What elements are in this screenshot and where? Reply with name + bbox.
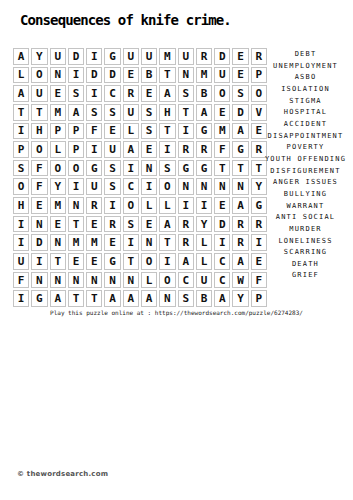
grid-cell[interactable]: I [123, 234, 139, 251]
grid-cell[interactable]: O [31, 67, 47, 84]
word-list-item: DISFIGUREMENT [258, 166, 353, 178]
grid-cell[interactable]: D [214, 216, 230, 233]
word-list-item: HOSPITAL [258, 107, 353, 119]
grid-cell[interactable]: R [232, 234, 248, 251]
grid-cell[interactable]: I [13, 290, 29, 307]
grid-cell[interactable]: C [214, 272, 230, 289]
grid-cell[interactable]: E [141, 141, 157, 158]
grid-cell[interactable]: D [68, 48, 84, 65]
grid-cell[interactable]: E [31, 197, 47, 214]
word-list-item: ASBO [258, 72, 353, 84]
grid-cell[interactable]: E [123, 67, 139, 84]
grid-cell[interactable]: U [141, 48, 157, 65]
grid-cell[interactable]: N [50, 234, 66, 251]
grid-cell[interactable]: I [178, 123, 194, 140]
grid-cell[interactable]: E [214, 197, 230, 214]
grid-cell[interactable]: Y [196, 216, 212, 233]
grid-cell[interactable]: S [178, 290, 194, 307]
grid-cell[interactable]: D [104, 67, 120, 84]
grid-cell[interactable]: T [68, 216, 84, 233]
grid-cell[interactable]: P [13, 141, 29, 158]
word-list-item: WARRANT [258, 201, 353, 213]
grid-cell[interactable]: E [214, 104, 230, 121]
grid-cell[interactable]: A [159, 216, 175, 233]
grid-cell[interactable]: N [50, 67, 66, 84]
grid-cell[interactable]: F [31, 178, 47, 195]
grid-cell[interactable]: G [196, 160, 212, 177]
grid-cell[interactable]: A [159, 85, 175, 102]
grid-cell[interactable]: F [31, 160, 47, 177]
word-list-item: GRIEF [258, 270, 353, 282]
grid-cell[interactable]: L [141, 197, 157, 214]
grid-cell[interactable]: E [141, 85, 157, 102]
grid-cell[interactable]: N [86, 272, 102, 289]
grid-cell[interactable]: E [104, 234, 120, 251]
word-list-item: UNEMPLOYMENT [258, 61, 353, 73]
grid-cell[interactable]: E [232, 48, 248, 65]
grid-cell[interactable]: S [68, 85, 84, 102]
grid-cell[interactable]: L [196, 253, 212, 270]
grid-cell[interactable]: P [68, 123, 84, 140]
grid-cell[interactable]: N [141, 234, 157, 251]
grid-cell[interactable]: T [159, 123, 175, 140]
word-list-item: SCARRING [258, 247, 353, 259]
grid-cell[interactable]: E [50, 85, 66, 102]
grid-cell[interactable]: A [50, 290, 66, 307]
grid-cell[interactable]: Y [232, 290, 248, 307]
grid-cell[interactable]: D [86, 67, 102, 84]
grid-cell[interactable]: N [196, 178, 212, 195]
grid-cell[interactable]: S [141, 104, 157, 121]
grid-cell[interactable]: I [86, 141, 102, 158]
wordsearch-grid: AYUDIGUUMURDERLONIDDEBTNMUEPAUESICREASBO… [13, 48, 267, 307]
grid-cell[interactable]: M [159, 48, 175, 65]
grid-cell[interactable]: M [50, 197, 66, 214]
word-list-item: LONELINESS [258, 236, 353, 248]
grid-cell[interactable]: B [141, 67, 157, 84]
grid-cell[interactable]: M [214, 123, 230, 140]
grid-cell[interactable]: T [159, 67, 175, 84]
grid-cell[interactable]: E [86, 253, 102, 270]
grid-cell[interactable]: L [159, 197, 175, 214]
grid-cell[interactable]: U [123, 48, 139, 65]
puzzle-page: { "game": "word-search", "title": "Conse… [0, 0, 353, 500]
grid-cell[interactable]: S [104, 178, 120, 195]
grid-cell[interactable]: R [196, 48, 212, 65]
grid-cell[interactable]: A [68, 104, 84, 121]
grid-cell[interactable]: F [214, 141, 230, 158]
grid-cell[interactable]: O [159, 178, 175, 195]
grid-cell[interactable]: T [232, 160, 248, 177]
grid-cell[interactable]: A [141, 290, 157, 307]
grid-cell[interactable]: S [86, 104, 102, 121]
grid-cell[interactable]: C [178, 272, 194, 289]
word-list-item: DEBT [258, 49, 353, 61]
grid-cell[interactable]: R [86, 197, 102, 214]
grid-cell[interactable]: Y [31, 48, 47, 65]
grid-cell[interactable]: I [214, 234, 230, 251]
grid-cell[interactable]: R [104, 216, 120, 233]
grid-cell[interactable]: A [13, 48, 29, 65]
word-list-item: DEATH [258, 259, 353, 271]
grid-cell[interactable]: E [141, 216, 157, 233]
grid-cell[interactable]: G [31, 290, 47, 307]
grid-cell[interactable]: N [159, 290, 175, 307]
grid-cell[interactable]: R [232, 216, 248, 233]
grid-cell[interactable]: G [196, 123, 212, 140]
grid-cell[interactable]: B [196, 290, 212, 307]
grid-cell[interactable]: N [31, 216, 47, 233]
grid-cell[interactable]: T [123, 253, 139, 270]
grid-cell[interactable]: E [68, 253, 84, 270]
grid-cell[interactable]: L [13, 67, 29, 84]
grid-cell[interactable]: A [123, 290, 139, 307]
grid-cell[interactable]: U [214, 67, 230, 84]
grid-cell[interactable]: Y [50, 178, 66, 195]
grid-cell[interactable]: P [251, 290, 267, 307]
grid-cell[interactable]: H [31, 123, 47, 140]
grid-cell[interactable]: A [178, 253, 194, 270]
grid-cell[interactable]: I [13, 123, 29, 140]
grid-cell[interactable]: T [214, 160, 230, 177]
grid-cell[interactable]: P [50, 123, 66, 140]
grid-cell[interactable]: N [232, 178, 248, 195]
grid-cell[interactable]: N [214, 178, 230, 195]
grid-cell[interactable]: L [141, 272, 157, 289]
grid-cell[interactable]: L [123, 123, 139, 140]
grid-cell[interactable]: I [68, 67, 84, 84]
grid-cell[interactable]: S [232, 85, 248, 102]
grid-cell[interactable]: O [159, 272, 175, 289]
grid-cell[interactable]: D [214, 48, 230, 65]
grid-cell[interactable]: U [123, 104, 139, 121]
grid-cell[interactable]: C [123, 178, 139, 195]
word-list-item: YOUTH OFFENDING [258, 154, 353, 166]
grid-cell[interactable]: U [104, 141, 120, 158]
grid-cell[interactable]: R [196, 141, 212, 158]
grid-cell[interactable]: T [178, 104, 194, 121]
grid-cell[interactable]: A [232, 253, 248, 270]
grid-cell[interactable]: N [50, 272, 66, 289]
grid-cell[interactable]: F [13, 272, 29, 289]
grid-cell[interactable]: G [104, 48, 120, 65]
grid-cell[interactable]: R [123, 85, 139, 102]
grid-cell[interactable]: T [86, 290, 102, 307]
grid-cell[interactable]: I [86, 48, 102, 65]
grid-cell[interactable]: N [68, 272, 84, 289]
grid-cell[interactable]: A [123, 141, 139, 158]
grid-cell[interactable]: O [13, 178, 29, 195]
grid-cell[interactable]: L [196, 234, 212, 251]
grid-cell[interactable]: U [50, 48, 66, 65]
grid-cell[interactable]: D [31, 234, 47, 251]
grid-cell[interactable]: R [178, 216, 194, 233]
grid-cell[interactable]: T [31, 104, 47, 121]
grid-cell[interactable]: H [159, 104, 175, 121]
grid-cell[interactable]: N [178, 67, 194, 84]
grid-cell[interactable]: G [232, 141, 248, 158]
grid-cell[interactable]: E [104, 123, 120, 140]
grid-cell[interactable]: A [104, 290, 120, 307]
grid-cell[interactable]: I [86, 85, 102, 102]
grid-cell[interactable]: T [13, 104, 29, 121]
grid-cell[interactable]: S [123, 216, 139, 233]
word-list-item: ISOLATION [258, 84, 353, 96]
grid-cell[interactable]: D [232, 104, 248, 121]
grid-cell[interactable]: I [196, 197, 212, 214]
copyright: © thewordsearch.com [17, 470, 108, 478]
grid-cell[interactable]: G [178, 160, 194, 177]
grid-cell[interactable]: R [178, 234, 194, 251]
grid-cell[interactable]: G [104, 253, 120, 270]
grid-cell[interactable]: I [178, 197, 194, 214]
grid-cell[interactable]: A [232, 197, 248, 214]
grid-cell[interactable]: E [50, 216, 66, 233]
grid-cell[interactable]: W [232, 272, 248, 289]
grid-cell[interactable]: N [123, 272, 139, 289]
grid-cell[interactable]: A [232, 123, 248, 140]
play-online-text: Play this puzzle online at : https://the… [0, 309, 353, 316]
grid-cell[interactable]: O [214, 85, 230, 102]
grid-cell[interactable]: I [159, 141, 175, 158]
word-list-item: ANGER ISSUES [258, 177, 353, 189]
grid-cell[interactable]: C [104, 85, 120, 102]
grid-cell[interactable]: I [159, 253, 175, 270]
word-list-item: MURDER [258, 224, 353, 236]
grid-cell[interactable]: L [50, 141, 66, 158]
grid-cell[interactable]: F [86, 123, 102, 140]
grid-cell[interactable]: A [13, 85, 29, 102]
grid-cell[interactable]: I [68, 178, 84, 195]
grid-cell[interactable]: N [68, 197, 84, 214]
grid-cell[interactable]: I [141, 178, 157, 195]
grid-cell[interactable]: A [196, 104, 212, 121]
grid-cell[interactable]: T [68, 290, 84, 307]
grid-cell[interactable]: M [68, 234, 84, 251]
grid-cell[interactable]: H [13, 197, 29, 214]
grid-cell[interactable]: C [214, 253, 230, 270]
grid-cell[interactable]: O [50, 160, 66, 177]
grid-cell[interactable]: M [86, 234, 102, 251]
grid-cell[interactable]: I [13, 216, 29, 233]
word-list-item: STIGMA [258, 96, 353, 108]
grid-cell[interactable]: R [178, 141, 194, 158]
grid-cell[interactable]: M [50, 104, 66, 121]
grid-cell[interactable]: A [214, 290, 230, 307]
puzzle-url[interactable]: https://thewordsearch.com/puzzle/6274283… [155, 309, 303, 316]
grid-cell[interactable]: N [178, 178, 194, 195]
word-list: DEBTUNEMPLOYMENTASBOISOLATIONSTIGMAHOSPI… [258, 49, 353, 282]
puzzle-title: Consequences of knife crime. [20, 12, 231, 28]
grid-cell[interactable]: E [86, 216, 102, 233]
grid-cell[interactable]: U [86, 178, 102, 195]
grid-cell[interactable]: I [13, 234, 29, 251]
grid-cell[interactable]: O [68, 160, 84, 177]
grid-cell[interactable]: I [104, 197, 120, 214]
grid-cell[interactable]: S [159, 160, 175, 177]
grid-cell[interactable]: N [104, 272, 120, 289]
grid-cell[interactable]: U [31, 85, 47, 102]
grid-cell[interactable]: P [68, 141, 84, 158]
grid-cell[interactable]: E [232, 67, 248, 84]
play-online-prefix: Play this puzzle online at : [50, 309, 155, 316]
grid-cell[interactable]: O [141, 253, 157, 270]
grid-cell[interactable]: S [13, 160, 29, 177]
grid-cell[interactable]: U [196, 272, 212, 289]
grid-cell[interactable]: S [178, 85, 194, 102]
grid-cell[interactable]: S [104, 104, 120, 121]
grid-cell[interactable]: O [31, 141, 47, 158]
grid-cell[interactable]: N [31, 272, 47, 289]
grid-cell[interactable]: N [141, 160, 157, 177]
grid-cell[interactable]: S [104, 160, 120, 177]
word-list-item: BULLYING [258, 189, 353, 201]
grid-cell[interactable]: T [50, 253, 66, 270]
grid-cell[interactable]: S [141, 123, 157, 140]
word-list-item: POVERTY [258, 142, 353, 154]
word-list-item: ANTI SOCIAL [258, 212, 353, 224]
grid-cell[interactable]: I [123, 160, 139, 177]
word-list-item: ACCIDENT [258, 119, 353, 131]
grid-cell[interactable]: U [13, 253, 29, 270]
grid-cell[interactable]: G [86, 160, 102, 177]
grid-cell[interactable]: I [31, 253, 47, 270]
grid-cell[interactable]: M [196, 67, 212, 84]
grid-cell[interactable]: O [123, 197, 139, 214]
grid-cell[interactable]: U [178, 48, 194, 65]
word-list-item: DISAPPOINTMENT [258, 131, 353, 143]
grid-cell[interactable]: T [159, 234, 175, 251]
grid-cell[interactable]: B [196, 85, 212, 102]
